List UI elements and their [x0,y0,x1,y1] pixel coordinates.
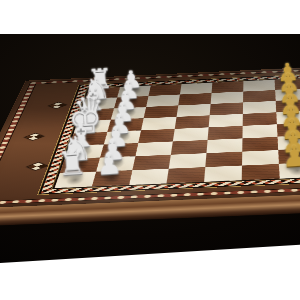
mosaic-border: ♜♞♝♛♚♝♞♜♟♟♟♟♟♟♟♟♟♟♟♟♟♟♟♟♜♞♝♛♚♝♞♜ [38,72,300,194]
chess-board: ♜♞♝♛♚♝♞♜♟♟♟♟♟♟♟♟♟♟♟♟♟♟♟♟♜♞♝♛♚♝♞♜ [0,64,300,208]
square-h3[interactable] [129,169,169,185]
square-g5[interactable] [205,152,242,167]
pearl-inlay-2 [24,133,45,141]
white-pawn-h2[interactable]: ♟ [90,149,129,180]
pearl-inlay-3 [26,162,48,171]
square-c6[interactable] [243,101,276,114]
square-h2[interactable]: ♟ [92,170,132,186]
pearl-inlay-1 [48,102,68,109]
square-h6[interactable] [242,164,280,180]
square-h7[interactable]: ♟ [279,162,300,178]
square-f3[interactable] [135,141,173,156]
square-b6[interactable] [243,90,276,102]
square-c5[interactable] [210,102,243,115]
board-frame: ♜♞♝♛♚♝♞♜♟♟♟♟♟♟♟♟♟♟♟♟♟♟♟♟♜♞♝♛♚♝♞♜ [0,64,300,208]
square-d6[interactable] [243,112,277,125]
square-d5[interactable] [209,114,243,127]
white-matte-top [0,0,300,34]
square-h1[interactable]: ♜ [55,172,96,188]
board-grid: ♜♞♝♛♚♝♞♜♟♟♟♟♟♟♟♟♟♟♟♟♟♟♟♟♜♞♝♛♚♝♞♜ [52,76,300,189]
square-h4[interactable] [167,167,206,183]
photo-viewport: ♜♞♝♛♚♝♞♜♟♟♟♟♟♟♟♟♟♟♟♟♟♟♟♟♜♞♝♛♚♝♞♜ [0,0,300,300]
square-d3[interactable] [141,117,177,131]
black-pawn-h7[interactable]: ♟ [275,141,300,172]
white-rook-h1[interactable]: ♜ [53,146,92,181]
square-c3[interactable] [144,105,179,118]
square-g4[interactable] [169,153,207,168]
square-g6[interactable] [242,150,279,165]
square-e4[interactable] [173,127,209,141]
scene-backdrop: ♜♞♝♛♚♝♞♜♟♟♟♟♟♟♟♟♟♟♟♟♟♟♟♟♜♞♝♛♚♝♞♜ [0,34,300,263]
table-edge-near [0,190,300,227]
square-h5[interactable] [204,166,242,182]
